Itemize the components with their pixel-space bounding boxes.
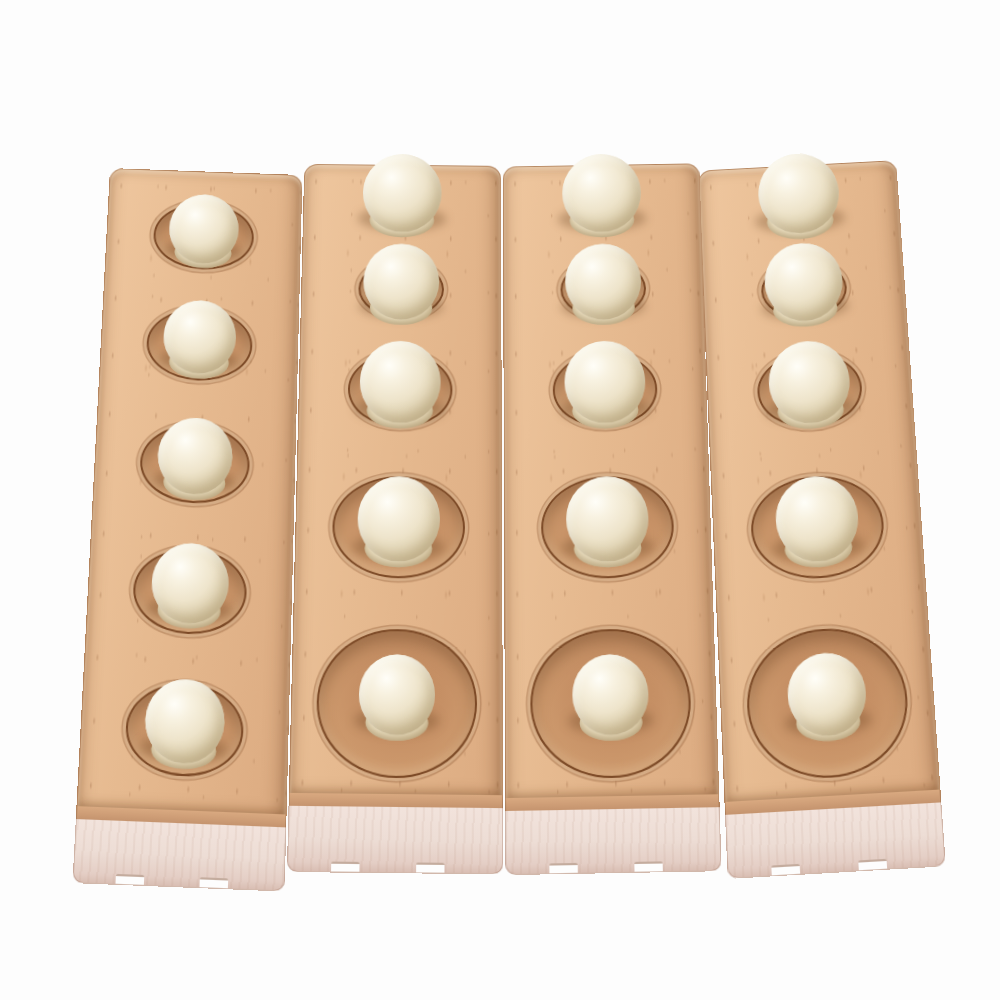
blocks-layer xyxy=(0,0,1000,1000)
block-foot-notch xyxy=(635,861,664,872)
block-foot-notch xyxy=(331,862,360,873)
cylinder-block-3 xyxy=(503,163,722,875)
cylinder-block-1 xyxy=(72,168,302,892)
block-foot-notch xyxy=(417,863,445,874)
cylinder-block-2 xyxy=(287,164,503,874)
block-front-face xyxy=(725,802,946,879)
block-front-face xyxy=(72,819,286,892)
block-foot-notch xyxy=(771,864,800,877)
block-foot-notch xyxy=(858,859,887,872)
cylinder-block-4 xyxy=(698,160,946,879)
block-top-face xyxy=(76,168,302,814)
block-top-face xyxy=(698,160,941,802)
cylinder-knob[interactable] xyxy=(363,244,439,320)
cylinder-knob[interactable] xyxy=(362,154,441,232)
block-top-face xyxy=(503,163,719,798)
block-top-face xyxy=(289,164,503,795)
block-foot-notch xyxy=(115,874,144,886)
block-front-face xyxy=(287,806,503,875)
block-foot-notch xyxy=(549,863,577,874)
block-front-face xyxy=(505,807,722,875)
cylinder-knob[interactable] xyxy=(359,341,441,424)
block-foot-notch xyxy=(199,877,228,889)
cylinder-knob[interactable] xyxy=(357,476,440,562)
product-photo xyxy=(0,0,1000,1000)
cylinder-knob[interactable] xyxy=(358,654,435,735)
